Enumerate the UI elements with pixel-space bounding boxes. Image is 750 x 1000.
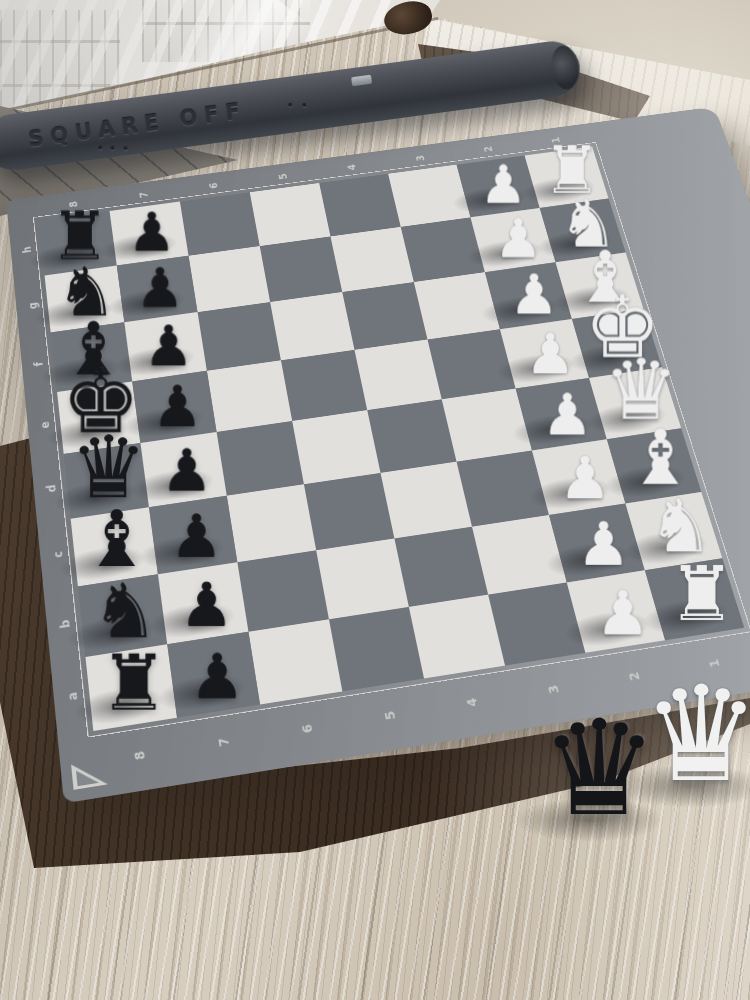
square-e4: [354, 339, 441, 410]
white-p-d2: ♟: [542, 385, 593, 442]
black-p-c7: ♟: [170, 506, 224, 566]
white-p-b2: ♟: [577, 514, 631, 574]
spare-white-queen: ♛: [642, 668, 750, 800]
square-a6: [248, 619, 342, 704]
square-b5: [316, 538, 409, 619]
white-p-e2: ♟: [525, 325, 575, 381]
square-d5: [292, 410, 380, 484]
black-p-f7: ♟: [143, 318, 193, 374]
square-h4: [319, 174, 401, 237]
black-p-a7: ♟: [189, 645, 245, 708]
square-a1: ♜: [645, 558, 744, 640]
white-p-f2: ♟: [509, 267, 558, 322]
square-c7: ♟: [149, 496, 237, 575]
white-queen-glyph: ♛: [642, 668, 750, 800]
square-c6: [227, 484, 316, 562]
white-p-h2: ♟: [480, 158, 528, 211]
white-r-a1: ♜: [668, 556, 735, 631]
square-g6: [189, 246, 271, 312]
square-c5: [304, 473, 394, 550]
white-p-a2: ♟: [595, 582, 650, 643]
indicator-dot: [110, 146, 114, 150]
black-p-g7: ♟: [135, 261, 184, 316]
square-g4: [330, 227, 413, 292]
photo-scene: ♜♟♟♜♞♟♟♞♝♟♟♝♚♟♟♚♛♟♟♛♝♟♟♝♞♟♟♞♜♟♟♜ hgfedcb…: [0, 0, 750, 1000]
white-p-c2: ♟: [559, 448, 612, 507]
black-p-b7: ♟: [179, 574, 234, 635]
button-dot: [288, 102, 292, 106]
square-b7: ♟: [158, 562, 249, 644]
square-d4: [367, 399, 456, 473]
indicator-dot: [98, 145, 102, 149]
square-a5: [329, 607, 424, 692]
square-g7: ♟: [117, 256, 198, 323]
connector-port: [351, 75, 372, 87]
black-p-e7: ♟: [152, 378, 203, 435]
black-p-d7: ♟: [161, 441, 213, 500]
black-r-a8: ♜: [99, 644, 168, 721]
square-h5: [250, 183, 331, 246]
white-p-g2: ♟: [494, 212, 542, 266]
square-h6: [180, 192, 260, 256]
black-p-h7: ♟: [128, 205, 176, 259]
indicator-dot: [123, 146, 127, 150]
square-d7: ♟: [140, 432, 226, 507]
button-dot: [302, 103, 306, 107]
square-a8: ♜: [85, 644, 177, 731]
